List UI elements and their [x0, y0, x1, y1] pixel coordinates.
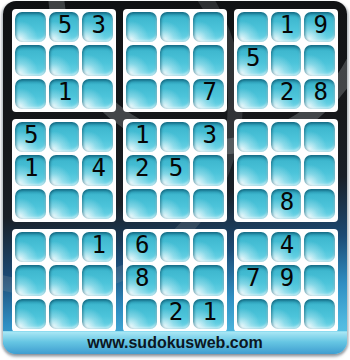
cell-r6c2[interactable]	[49, 189, 80, 219]
cell-r5c3[interactable]: 4	[82, 155, 113, 185]
cell-r8c6[interactable]	[193, 265, 224, 295]
given-digit: 2	[169, 300, 183, 324]
given-digit: 4	[91, 156, 105, 180]
cell-r8c2[interactable]	[49, 265, 80, 295]
given-digit: 1	[91, 233, 105, 257]
cell-r2c7[interactable]: 5	[237, 45, 268, 75]
given-digit: 6	[135, 233, 149, 257]
given-digit: 9	[313, 13, 327, 37]
given-digit: 8	[135, 266, 149, 290]
cell-r8c1[interactable]	[15, 265, 46, 295]
box-r1c3: 19528	[234, 9, 338, 112]
cell-r4c1[interactable]: 5	[15, 122, 46, 152]
given-digit: 4	[280, 233, 294, 257]
cell-r1c1[interactable]	[15, 12, 46, 42]
cell-r6c5[interactable]	[160, 189, 191, 219]
given-digit: 9	[280, 266, 294, 290]
cell-r7c2[interactable]	[49, 232, 80, 262]
cell-r6c6[interactable]	[193, 189, 224, 219]
cell-r3c4[interactable]	[126, 79, 157, 109]
cell-r8c5[interactable]	[160, 265, 191, 295]
cell-r3c5[interactable]	[160, 79, 191, 109]
cell-r3c3[interactable]	[82, 79, 113, 109]
given-digit: 1	[280, 13, 294, 37]
cell-r6c7[interactable]	[237, 189, 268, 219]
cell-r2c1[interactable]	[15, 45, 46, 75]
cell-r7c5[interactable]	[160, 232, 191, 262]
given-digit: 7	[202, 80, 216, 104]
box-r3c2: 6821	[123, 229, 227, 332]
given-digit: 5	[169, 156, 183, 180]
sudoku-grid: 5317195285141325816821479	[12, 9, 338, 332]
given-digit: 2	[280, 80, 294, 104]
cell-r6c8[interactable]: 8	[271, 189, 302, 219]
cell-r9c4[interactable]	[126, 299, 157, 329]
box-r2c1: 514	[12, 119, 116, 222]
cell-r9c8[interactable]	[271, 299, 302, 329]
cell-r4c4[interactable]: 1	[126, 122, 157, 152]
box-r3c3: 479	[234, 229, 338, 332]
cell-r5c9[interactable]	[304, 155, 335, 185]
cell-r1c3[interactable]: 3	[82, 12, 113, 42]
cell-r4c5[interactable]	[160, 122, 191, 152]
cell-r3c9[interactable]: 8	[304, 79, 335, 109]
cell-r7c4[interactable]: 6	[126, 232, 157, 262]
cell-r9c9[interactable]	[304, 299, 335, 329]
cell-r7c3[interactable]: 1	[82, 232, 113, 262]
cell-r3c6[interactable]: 7	[193, 79, 224, 109]
cell-r3c2[interactable]: 1	[49, 79, 80, 109]
given-digit: 1	[58, 80, 72, 104]
box-r3c1: 1	[12, 229, 116, 332]
box-r2c3: 8	[234, 119, 338, 222]
given-digit: 1	[24, 156, 38, 180]
cell-r9c3[interactable]	[82, 299, 113, 329]
given-digit: 3	[202, 123, 216, 147]
cell-r4c7[interactable]	[237, 122, 268, 152]
box-r1c2: 7	[123, 9, 227, 112]
cell-r4c9[interactable]	[304, 122, 335, 152]
given-digit: 5	[58, 13, 72, 37]
cell-r8c8[interactable]: 9	[271, 265, 302, 295]
box-r2c2: 1325	[123, 119, 227, 222]
cell-r2c8[interactable]	[271, 45, 302, 75]
cell-r9c1[interactable]	[15, 299, 46, 329]
cell-r5c2[interactable]	[49, 155, 80, 185]
cell-r8c3[interactable]	[82, 265, 113, 295]
cell-r9c6[interactable]: 1	[193, 299, 224, 329]
cell-r7c6[interactable]	[193, 232, 224, 262]
cell-r1c5[interactable]	[160, 12, 191, 42]
cell-r8c7[interactable]: 7	[237, 265, 268, 295]
given-digit: 7	[246, 266, 260, 290]
cell-r4c3[interactable]	[82, 122, 113, 152]
cell-r7c8[interactable]: 4	[271, 232, 302, 262]
page-background: 5317195285141325816821479 www.sudokusweb…	[0, 0, 350, 360]
cell-r5c6[interactable]	[193, 155, 224, 185]
cell-r9c5[interactable]: 2	[160, 299, 191, 329]
cell-r5c7[interactable]	[237, 155, 268, 185]
cell-r7c7[interactable]	[237, 232, 268, 262]
cell-r5c4[interactable]: 2	[126, 155, 157, 185]
cell-r9c2[interactable]	[49, 299, 80, 329]
given-digit: 8	[313, 80, 327, 104]
cell-r4c8[interactable]	[271, 122, 302, 152]
cell-r2c5[interactable]	[160, 45, 191, 75]
cell-r7c9[interactable]	[304, 232, 335, 262]
sudoku-board: 5317195285141325816821479 www.sudokusweb…	[3, 1, 347, 354]
cell-r5c8[interactable]	[271, 155, 302, 185]
cell-r2c9[interactable]	[304, 45, 335, 75]
cell-r6c3[interactable]	[82, 189, 113, 219]
cell-r2c2[interactable]	[49, 45, 80, 75]
cell-r2c3[interactable]	[82, 45, 113, 75]
cell-r1c8[interactable]: 1	[271, 12, 302, 42]
cell-r5c5[interactable]: 5	[160, 155, 191, 185]
cell-r1c4[interactable]	[126, 12, 157, 42]
cell-r7c1[interactable]	[15, 232, 46, 262]
given-digit: 1	[202, 300, 216, 324]
given-digit: 5	[246, 46, 260, 70]
cell-r2c6[interactable]	[193, 45, 224, 75]
cell-r5c1[interactable]: 1	[15, 155, 46, 185]
cell-r3c1[interactable]	[15, 79, 46, 109]
box-r1c1: 531	[12, 9, 116, 112]
cell-r1c7[interactable]	[237, 12, 268, 42]
cell-r4c6[interactable]: 3	[193, 122, 224, 152]
site-link[interactable]: www.sudokusweb.com	[87, 334, 262, 352]
cell-r9c7[interactable]	[237, 299, 268, 329]
cell-r1c2[interactable]: 5	[49, 12, 80, 42]
given-digit: 5	[24, 123, 38, 147]
footer-band: www.sudokusweb.com	[3, 331, 347, 354]
cell-r4c2[interactable]	[49, 122, 80, 152]
cell-r1c9[interactable]: 9	[304, 12, 335, 42]
cell-r1c6[interactable]	[193, 12, 224, 42]
cell-r6c9[interactable]	[304, 189, 335, 219]
given-digit: 2	[135, 156, 149, 180]
cell-r6c4[interactable]	[126, 189, 157, 219]
cell-r8c4[interactable]: 8	[126, 265, 157, 295]
cell-r6c1[interactable]	[15, 189, 46, 219]
given-digit: 8	[280, 190, 294, 214]
cell-r3c7[interactable]	[237, 79, 268, 109]
cell-r8c9[interactable]	[304, 265, 335, 295]
given-digit: 1	[135, 123, 149, 147]
given-digit: 3	[91, 13, 105, 37]
cell-r3c8[interactable]: 2	[271, 79, 302, 109]
cell-r2c4[interactable]	[126, 45, 157, 75]
